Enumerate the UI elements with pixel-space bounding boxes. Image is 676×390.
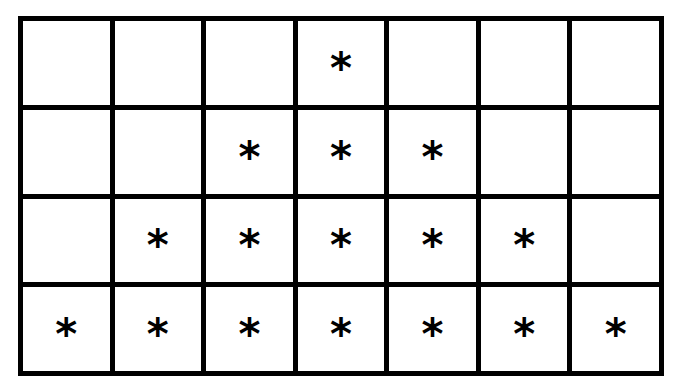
page: **************** [0, 0, 676, 390]
asterisk-symbol: * [55, 314, 77, 356]
grid-cell-r4-c6: * [481, 287, 568, 371]
asterisk-symbol: * [330, 314, 352, 356]
grid-cell-r1-c3 [206, 21, 293, 105]
asterisk-symbol: * [330, 48, 352, 90]
asterisk-symbol: * [422, 225, 444, 267]
asterisk-symbol: * [238, 137, 260, 179]
asterisk-symbol: * [238, 225, 260, 267]
grid-cell-r3-c6: * [481, 199, 568, 283]
grid-cell-r2-c6 [481, 110, 568, 194]
grid-cell-r4-c5: * [389, 287, 476, 371]
grid-cell-r4-c1: * [23, 287, 110, 371]
asterisk-symbol: * [330, 225, 352, 267]
grid-cell-r1-c6 [481, 21, 568, 105]
grid-cell-r2-c1 [23, 110, 110, 194]
asterisk-symbol: * [147, 314, 169, 356]
grid-cell-r4-c3: * [206, 287, 293, 371]
grid-cell-r1-c7 [572, 21, 659, 105]
asterisk-symbol: * [422, 314, 444, 356]
grid-cell-r3-c7 [572, 199, 659, 283]
asterisk-symbol: * [422, 137, 444, 179]
grid-cell-r3-c3: * [206, 199, 293, 283]
grid-cell-r2-c3: * [206, 110, 293, 194]
grid-cell-r1-c1 [23, 21, 110, 105]
grid-cell-r3-c4: * [298, 199, 385, 283]
asterisk-symbol: * [238, 314, 260, 356]
asterisk-symbol: * [147, 225, 169, 267]
pattern-grid: **************** [18, 16, 664, 376]
grid-cell-r4-c7: * [572, 287, 659, 371]
asterisk-symbol: * [513, 225, 535, 267]
asterisk-symbol: * [605, 314, 627, 356]
grid-cell-r2-c5: * [389, 110, 476, 194]
grid-cell-r2-c2 [115, 110, 202, 194]
grid-cell-r1-c4: * [298, 21, 385, 105]
grid-cell-r3-c5: * [389, 199, 476, 283]
grid-cell-r4-c2: * [115, 287, 202, 371]
asterisk-symbol: * [330, 137, 352, 179]
asterisk-symbol: * [513, 314, 535, 356]
grid-cell-r1-c5 [389, 21, 476, 105]
grid-cell-r3-c1 [23, 199, 110, 283]
grid-cell-r2-c7 [572, 110, 659, 194]
grid-cell-r2-c4: * [298, 110, 385, 194]
grid-cell-r1-c2 [115, 21, 202, 105]
grid-cell-r4-c4: * [298, 287, 385, 371]
grid-cell-r3-c2: * [115, 199, 202, 283]
